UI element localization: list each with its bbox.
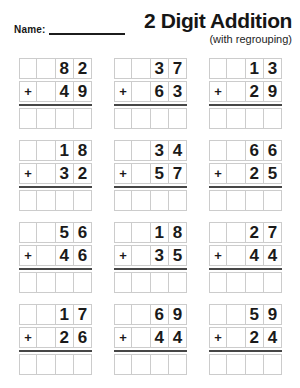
empty-cell xyxy=(19,304,37,325)
addition-problem: 13 +29 xyxy=(209,58,282,131)
addend-top-row: 18 xyxy=(19,140,92,161)
digit-cell: 4 xyxy=(56,245,74,266)
answer-cell xyxy=(132,272,150,293)
digit-cell: 4 xyxy=(264,327,282,348)
addition-problem: 37 +63 xyxy=(114,58,187,131)
addend-bottom-row: +24 xyxy=(209,327,282,348)
addend-top-row: 69 xyxy=(114,304,187,325)
answer-cell xyxy=(151,108,169,129)
worksheet-title: 2 Digit Addition xyxy=(144,10,292,31)
digit-cell: 3 xyxy=(151,140,169,161)
digit-cell: 5 xyxy=(246,304,264,325)
answer-cell xyxy=(209,272,227,293)
empty-cell xyxy=(37,140,55,161)
digit-cell: 2 xyxy=(56,327,74,348)
empty-cell xyxy=(19,140,37,161)
empty-cell xyxy=(227,222,245,243)
plus-sign: + xyxy=(19,245,37,266)
plus-sign: + xyxy=(19,163,37,184)
answer-cell xyxy=(37,272,55,293)
digit-cell: 5 xyxy=(151,163,169,184)
digit-cell: 9 xyxy=(74,81,92,102)
answer-cell xyxy=(209,190,227,211)
empty-cell xyxy=(37,327,55,348)
empty-cell xyxy=(132,222,150,243)
name-field: Name: xyxy=(14,20,125,35)
digit-cell: 1 xyxy=(56,304,74,325)
worksheet-subtitle: (with regrouping) xyxy=(144,34,292,45)
digit-cell: 4 xyxy=(264,245,282,266)
empty-cell xyxy=(227,304,245,325)
answer-cell xyxy=(37,354,55,375)
empty-cell xyxy=(132,245,150,266)
plus-sign: + xyxy=(114,245,132,266)
empty-cell xyxy=(37,163,55,184)
addend-bottom-row: +25 xyxy=(209,163,282,184)
digit-cell: 1 xyxy=(56,140,74,161)
answer-cell xyxy=(246,272,264,293)
answer-cell xyxy=(19,190,37,211)
answer-row xyxy=(19,108,92,129)
digit-cell: 3 xyxy=(151,245,169,266)
digit-cell: 4 xyxy=(56,81,74,102)
digit-cell: 5 xyxy=(169,245,187,266)
answer-cell xyxy=(264,354,282,375)
sum-line xyxy=(19,268,92,270)
digit-cell: 6 xyxy=(74,222,92,243)
empty-cell xyxy=(19,58,37,79)
addend-bottom-row: +29 xyxy=(209,81,282,102)
plus-sign: + xyxy=(19,327,37,348)
sum-line xyxy=(19,104,92,106)
answer-cell xyxy=(209,108,227,129)
empty-cell xyxy=(114,140,132,161)
empty-cell xyxy=(37,304,55,325)
addend-bottom-row: +35 xyxy=(114,245,187,266)
addition-problem: 56 +46 xyxy=(19,222,92,295)
answer-row xyxy=(19,190,92,211)
addend-top-row: 13 xyxy=(209,58,282,79)
empty-cell xyxy=(132,304,150,325)
sum-line xyxy=(114,268,187,270)
answer-cell xyxy=(19,354,37,375)
addend-bottom-row: +57 xyxy=(114,163,187,184)
digit-cell: 3 xyxy=(151,58,169,79)
addend-top-row: 66 xyxy=(209,140,282,161)
addend-top-row: 82 xyxy=(19,58,92,79)
sum-line xyxy=(114,186,187,188)
digit-cell: 2 xyxy=(246,222,264,243)
answer-cell xyxy=(169,354,187,375)
empty-cell xyxy=(37,245,55,266)
digit-cell: 1 xyxy=(246,58,264,79)
empty-cell xyxy=(227,81,245,102)
answer-row xyxy=(114,108,187,129)
addition-problem: 69 +44 xyxy=(114,304,187,377)
answer-cell xyxy=(114,354,132,375)
answer-cell xyxy=(19,272,37,293)
answer-cell xyxy=(132,190,150,211)
digit-cell: 5 xyxy=(264,163,282,184)
empty-cell xyxy=(114,58,132,79)
answer-row xyxy=(114,354,187,375)
problems-grid: 82 +49 37 +63 13 +29 18 +32 34 +57 66 +2… xyxy=(19,58,283,377)
answer-row xyxy=(209,354,282,375)
addition-problem: 18 +32 xyxy=(19,140,92,213)
answer-cell xyxy=(264,272,282,293)
answer-cell xyxy=(227,108,245,129)
addend-bottom-row: +26 xyxy=(19,327,92,348)
plus-sign: + xyxy=(19,81,37,102)
empty-cell xyxy=(132,58,150,79)
plus-sign: + xyxy=(114,163,132,184)
answer-cell xyxy=(246,354,264,375)
answer-row xyxy=(19,354,92,375)
plus-sign: + xyxy=(209,163,227,184)
answer-cell xyxy=(246,190,264,211)
digit-cell: 2 xyxy=(246,327,264,348)
title-block: 2 Digit Addition (with regrouping) xyxy=(144,10,292,45)
sum-line xyxy=(114,104,187,106)
addend-top-row: 56 xyxy=(19,222,92,243)
empty-cell xyxy=(19,222,37,243)
answer-cell xyxy=(227,272,245,293)
addition-problem: 82 +49 xyxy=(19,58,92,131)
empty-cell xyxy=(227,163,245,184)
answer-cell xyxy=(19,108,37,129)
addend-bottom-row: +49 xyxy=(19,81,92,102)
answer-cell xyxy=(56,354,74,375)
answer-cell xyxy=(74,108,92,129)
digit-cell: 8 xyxy=(56,58,74,79)
answer-cell xyxy=(37,190,55,211)
plus-sign: + xyxy=(209,327,227,348)
sum-line xyxy=(209,268,282,270)
digit-cell: 6 xyxy=(264,140,282,161)
addend-top-row: 37 xyxy=(114,58,187,79)
empty-cell xyxy=(132,163,150,184)
digit-cell: 5 xyxy=(56,222,74,243)
digit-cell: 6 xyxy=(246,140,264,161)
answer-cell xyxy=(169,108,187,129)
digit-cell: 6 xyxy=(151,81,169,102)
digit-cell: 9 xyxy=(264,81,282,102)
answer-row xyxy=(209,108,282,129)
answer-row xyxy=(209,272,282,293)
addition-problem: 17 +26 xyxy=(19,304,92,377)
digit-cell: 7 xyxy=(169,163,187,184)
digit-cell: 6 xyxy=(74,245,92,266)
answer-cell xyxy=(132,108,150,129)
answer-cell xyxy=(169,272,187,293)
empty-cell xyxy=(132,81,150,102)
answer-cell xyxy=(264,108,282,129)
digit-cell: 4 xyxy=(169,327,187,348)
digit-cell: 8 xyxy=(169,222,187,243)
answer-cell xyxy=(37,108,55,129)
digit-cell: 7 xyxy=(264,222,282,243)
answer-row xyxy=(114,272,187,293)
digit-cell: 6 xyxy=(74,327,92,348)
digit-cell: 9 xyxy=(264,304,282,325)
answer-cell xyxy=(246,108,264,129)
plus-sign: + xyxy=(209,81,227,102)
addend-bottom-row: +44 xyxy=(209,245,282,266)
answer-cell xyxy=(74,354,92,375)
answer-cell xyxy=(114,108,132,129)
digit-cell: 3 xyxy=(56,163,74,184)
addition-problem: 66 +25 xyxy=(209,140,282,213)
sum-line xyxy=(209,186,282,188)
empty-cell xyxy=(209,222,227,243)
sum-line xyxy=(209,104,282,106)
plus-sign: + xyxy=(209,245,227,266)
answer-cell xyxy=(56,108,74,129)
digit-cell: 7 xyxy=(169,58,187,79)
empty-cell xyxy=(227,327,245,348)
empty-cell xyxy=(37,222,55,243)
addend-top-row: 27 xyxy=(209,222,282,243)
digit-cell: 7 xyxy=(74,304,92,325)
answer-cell xyxy=(132,354,150,375)
answer-cell xyxy=(114,272,132,293)
worksheet-header: Name: 2 Digit Addition (with regrouping) xyxy=(0,10,300,45)
answer-row xyxy=(209,190,282,211)
addition-problem: 59 +24 xyxy=(209,304,282,377)
digit-cell: 9 xyxy=(169,304,187,325)
sum-line xyxy=(19,350,92,352)
answer-cell xyxy=(169,190,187,211)
digit-cell: 3 xyxy=(264,58,282,79)
name-blank-line xyxy=(49,20,125,35)
addend-top-row: 59 xyxy=(209,304,282,325)
name-label: Name: xyxy=(14,24,46,35)
digit-cell: 8 xyxy=(74,140,92,161)
digit-cell: 2 xyxy=(246,81,264,102)
answer-cell xyxy=(227,354,245,375)
empty-cell xyxy=(114,222,132,243)
addend-bottom-row: +32 xyxy=(19,163,92,184)
addend-top-row: 18 xyxy=(114,222,187,243)
empty-cell xyxy=(227,140,245,161)
addition-problem: 18 +35 xyxy=(114,222,187,295)
answer-cell xyxy=(56,272,74,293)
digit-cell: 4 xyxy=(246,245,264,266)
addition-problem: 27 +44 xyxy=(209,222,282,295)
addend-bottom-row: +44 xyxy=(114,327,187,348)
sum-line xyxy=(19,186,92,188)
digit-cell: 2 xyxy=(74,163,92,184)
answer-cell xyxy=(56,190,74,211)
sum-line xyxy=(209,350,282,352)
answer-cell xyxy=(74,272,92,293)
answer-cell xyxy=(151,354,169,375)
empty-cell xyxy=(114,304,132,325)
empty-cell xyxy=(132,327,150,348)
empty-cell xyxy=(209,58,227,79)
answer-cell xyxy=(74,190,92,211)
addend-top-row: 17 xyxy=(19,304,92,325)
answer-cell xyxy=(264,190,282,211)
plus-sign: + xyxy=(114,81,132,102)
answer-cell xyxy=(151,272,169,293)
addend-top-row: 34 xyxy=(114,140,187,161)
addend-bottom-row: +46 xyxy=(19,245,92,266)
empty-cell xyxy=(37,58,55,79)
answer-row xyxy=(19,272,92,293)
plus-sign: + xyxy=(114,327,132,348)
empty-cell xyxy=(209,304,227,325)
empty-cell xyxy=(132,140,150,161)
digit-cell: 1 xyxy=(151,222,169,243)
empty-cell xyxy=(37,81,55,102)
answer-cell xyxy=(151,190,169,211)
digit-cell: 4 xyxy=(151,327,169,348)
empty-cell xyxy=(227,58,245,79)
digit-cell: 4 xyxy=(169,140,187,161)
answer-cell xyxy=(227,190,245,211)
digit-cell: 2 xyxy=(246,163,264,184)
sum-line xyxy=(114,350,187,352)
digit-cell: 6 xyxy=(151,304,169,325)
empty-cell xyxy=(227,245,245,266)
answer-cell xyxy=(114,190,132,211)
addition-problem: 34 +57 xyxy=(114,140,187,213)
addend-bottom-row: +63 xyxy=(114,81,187,102)
digit-cell: 2 xyxy=(74,58,92,79)
worksheet-page: Name: 2 Digit Addition (with regrouping)… xyxy=(0,0,300,388)
answer-cell xyxy=(209,354,227,375)
digit-cell: 3 xyxy=(169,81,187,102)
empty-cell xyxy=(209,140,227,161)
answer-row xyxy=(114,190,187,211)
